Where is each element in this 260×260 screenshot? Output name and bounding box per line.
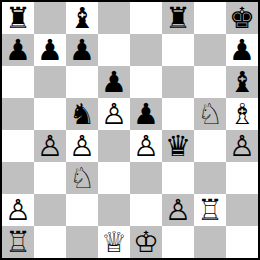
square-b3[interactable]: [34, 162, 66, 194]
square-b7[interactable]: ♟: [34, 34, 66, 66]
square-e1[interactable]: ♔: [130, 226, 162, 258]
square-a4[interactable]: [2, 130, 34, 162]
square-f1[interactable]: [162, 226, 194, 258]
chess-board: ♜♝♜♚♟♟♟♟♟♝♞♙♟♘♗♙♙♙♛♙♘♙♙♖♖♕♔: [0, 0, 260, 260]
square-h6[interactable]: ♝: [226, 66, 258, 98]
square-a8[interactable]: ♜: [2, 2, 34, 34]
square-b6[interactable]: [34, 66, 66, 98]
square-c5[interactable]: ♞: [66, 98, 98, 130]
white-pawn: ♙: [5, 194, 31, 226]
square-e7[interactable]: [130, 34, 162, 66]
white-knight: ♘: [69, 162, 95, 194]
square-e3[interactable]: [130, 162, 162, 194]
square-h2[interactable]: [226, 194, 258, 226]
square-h8[interactable]: ♚: [226, 2, 258, 34]
black-knight: ♞: [69, 98, 95, 130]
square-g6[interactable]: [194, 66, 226, 98]
square-d7[interactable]: [98, 34, 130, 66]
white-rook: ♖: [197, 194, 223, 226]
black-king: ♚: [229, 2, 255, 34]
square-h7[interactable]: ♟: [226, 34, 258, 66]
black-pawn: ♟: [5, 34, 31, 66]
square-e8[interactable]: [130, 2, 162, 34]
white-pawn: ♙: [69, 130, 95, 162]
square-a7[interactable]: ♟: [2, 34, 34, 66]
square-h4[interactable]: ♙: [226, 130, 258, 162]
square-b4[interactable]: ♙: [34, 130, 66, 162]
square-g5[interactable]: ♘: [194, 98, 226, 130]
square-e4[interactable]: ♙: [130, 130, 162, 162]
square-e6[interactable]: [130, 66, 162, 98]
square-d1[interactable]: ♕: [98, 226, 130, 258]
square-a1[interactable]: ♖: [2, 226, 34, 258]
square-a6[interactable]: [2, 66, 34, 98]
white-bishop: ♗: [229, 98, 255, 130]
square-b1[interactable]: [34, 226, 66, 258]
square-b2[interactable]: [34, 194, 66, 226]
square-g3[interactable]: [194, 162, 226, 194]
white-rook: ♖: [5, 226, 31, 258]
white-pawn: ♙: [101, 98, 127, 130]
square-d3[interactable]: [98, 162, 130, 194]
black-pawn: ♟: [101, 66, 127, 98]
square-d8[interactable]: [98, 2, 130, 34]
square-f4[interactable]: ♛: [162, 130, 194, 162]
square-c2[interactable]: [66, 194, 98, 226]
black-pawn: ♟: [69, 34, 95, 66]
square-e5[interactable]: ♟: [130, 98, 162, 130]
white-pawn: ♙: [37, 130, 63, 162]
square-f5[interactable]: [162, 98, 194, 130]
square-a2[interactable]: ♙: [2, 194, 34, 226]
square-d6[interactable]: ♟: [98, 66, 130, 98]
black-pawn: ♟: [133, 98, 159, 130]
square-d5[interactable]: ♙: [98, 98, 130, 130]
square-c7[interactable]: ♟: [66, 34, 98, 66]
white-pawn: ♙: [229, 130, 255, 162]
square-b8[interactable]: [34, 2, 66, 34]
square-g2[interactable]: ♖: [194, 194, 226, 226]
black-rook: ♜: [165, 2, 191, 34]
square-g7[interactable]: [194, 34, 226, 66]
square-c8[interactable]: ♝: [66, 2, 98, 34]
square-c6[interactable]: [66, 66, 98, 98]
square-f3[interactable]: [162, 162, 194, 194]
square-g4[interactable]: [194, 130, 226, 162]
square-g8[interactable]: [194, 2, 226, 34]
square-g1[interactable]: [194, 226, 226, 258]
square-h1[interactable]: [226, 226, 258, 258]
black-bishop: ♝: [69, 2, 95, 34]
black-pawn: ♟: [229, 34, 255, 66]
square-f2[interactable]: ♙: [162, 194, 194, 226]
black-queen: ♛: [165, 130, 191, 162]
square-h3[interactable]: [226, 162, 258, 194]
square-d2[interactable]: [98, 194, 130, 226]
square-c4[interactable]: ♙: [66, 130, 98, 162]
square-c1[interactable]: [66, 226, 98, 258]
square-h5[interactable]: ♗: [226, 98, 258, 130]
black-bishop: ♝: [229, 66, 255, 98]
white-pawn: ♙: [165, 194, 191, 226]
square-e2[interactable]: [130, 194, 162, 226]
chess-diagram: ♜♝♜♚♟♟♟♟♟♝♞♙♟♘♗♙♙♙♛♙♘♙♙♖♖♕♔: [0, 0, 260, 260]
square-f8[interactable]: ♜: [162, 2, 194, 34]
square-c3[interactable]: ♘: [66, 162, 98, 194]
white-pawn: ♙: [133, 130, 159, 162]
black-rook: ♜: [5, 2, 31, 34]
black-pawn: ♟: [37, 34, 63, 66]
square-f7[interactable]: [162, 34, 194, 66]
square-a3[interactable]: [2, 162, 34, 194]
white-queen: ♕: [101, 226, 127, 258]
square-d4[interactable]: [98, 130, 130, 162]
square-a5[interactable]: [2, 98, 34, 130]
square-b5[interactable]: [34, 98, 66, 130]
white-knight: ♘: [197, 98, 223, 130]
square-f6[interactable]: [162, 66, 194, 98]
white-king: ♔: [133, 226, 159, 258]
